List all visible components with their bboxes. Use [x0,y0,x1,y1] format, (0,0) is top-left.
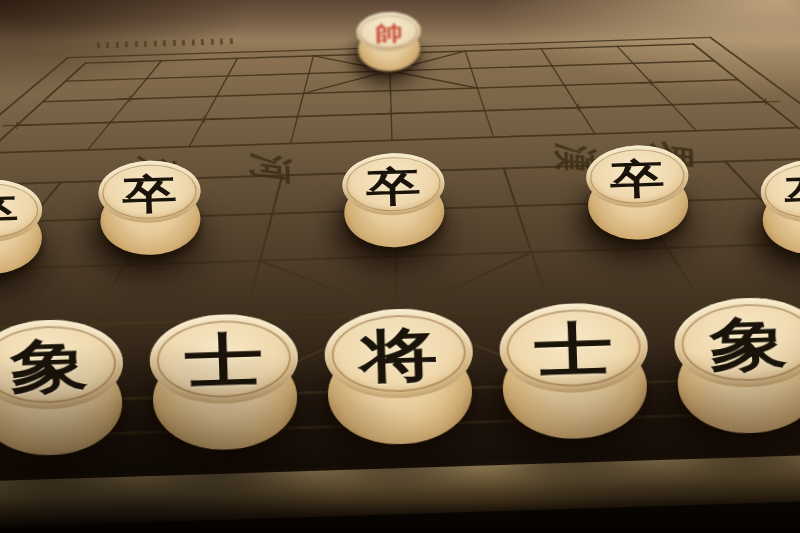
scene: 楚河漢界 帥卒卒卒卒卒象士将士象 [0,0,800,533]
piece-black-soldier[interactable]: 卒 [0,178,45,276]
piece-black-soldier[interactable]: 卒 [584,144,692,242]
piece-black-general[interactable]: 将 [322,306,477,446]
xiangqi-board: 楚河漢界 帥卒卒卒卒卒象士将士象 [0,0,800,533]
piece-black-elephant[interactable]: 象 [0,317,127,457]
piece-face: 卒 [0,178,43,243]
piece-face: 象 [673,295,800,389]
piece-black-advisor[interactable]: 士 [147,312,302,452]
piece-face: 卒 [341,152,446,217]
piece-face: 卒 [585,144,690,209]
piece-face: 士 [149,312,299,406]
river-inscription-left: 河 [240,151,301,181]
piece-red-general[interactable]: 帥 [355,11,422,72]
piece-glyph-black-advisor: 士 [499,316,648,387]
piece-face: 卒 [97,159,202,224]
piece-glyph-black-soldier: 卒 [585,155,689,204]
piece-glyph-black-advisor: 士 [149,327,298,398]
piece-glyph-black-soldier: 卒 [97,170,201,219]
piece-face: 卒 [759,159,800,224]
piece-face: 将 [324,306,474,400]
piece-black-soldier[interactable]: 卒 [340,152,448,250]
piece-glyph-red-general: 帥 [356,18,421,49]
piece-glyph-black-elephant: 象 [674,310,800,381]
piece-black-advisor[interactable]: 士 [497,301,652,441]
piece-black-soldier[interactable]: 卒 [758,158,800,256]
piece-glyph-black-soldier: 卒 [0,189,43,238]
piece-black-elephant[interactable]: 象 [672,295,800,435]
piece-glyph-black-soldier: 卒 [760,169,800,218]
piece-face: 帥 [356,11,421,52]
piece-glyph-black-elephant: 象 [0,332,124,403]
piece-black-soldier[interactable]: 卒 [96,159,204,257]
piece-face: 象 [0,317,124,411]
piece-face: 士 [498,301,648,395]
piece-glyph-black-soldier: 卒 [341,162,445,211]
board-grid-lines [0,0,800,533]
piece-glyph-black-general: 将 [324,321,473,392]
